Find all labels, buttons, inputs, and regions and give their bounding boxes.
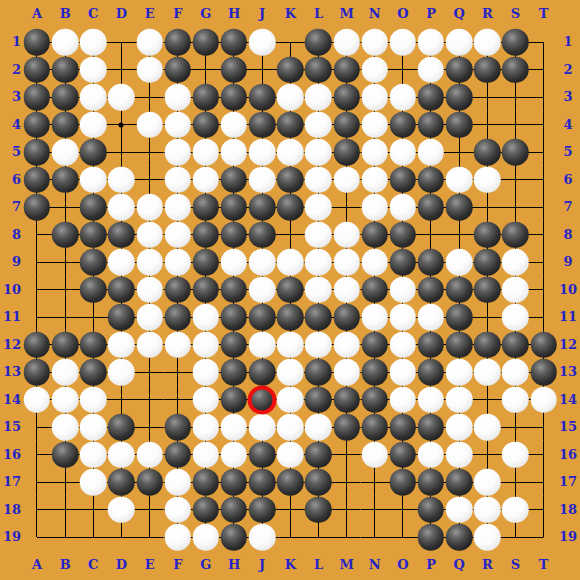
point-O16[interactable]: [389, 441, 417, 469]
point-L4[interactable]: [304, 111, 332, 139]
point-H18[interactable]: [220, 496, 248, 524]
point-S15[interactable]: [501, 413, 529, 441]
point-D13[interactable]: [107, 358, 135, 386]
point-M8[interactable]: [332, 221, 360, 249]
point-S2[interactable]: [501, 56, 529, 84]
point-P1[interactable]: [417, 28, 445, 56]
point-L6[interactable]: [304, 166, 332, 194]
point-Q5[interactable]: [445, 138, 473, 166]
point-J9[interactable]: [248, 248, 276, 276]
point-P8[interactable]: [417, 221, 445, 249]
point-G6[interactable]: [192, 166, 220, 194]
point-E7[interactable]: [135, 193, 163, 221]
point-A19[interactable]: [23, 523, 51, 551]
point-O14[interactable]: [389, 386, 417, 414]
point-F17[interactable]: [164, 468, 192, 496]
point-P13[interactable]: [417, 358, 445, 386]
point-T8[interactable]: [529, 221, 557, 249]
point-Q15[interactable]: [445, 413, 473, 441]
point-G17[interactable]: [192, 468, 220, 496]
point-A18[interactable]: [23, 496, 51, 524]
point-G11[interactable]: [192, 303, 220, 331]
point-N7[interactable]: [361, 193, 389, 221]
point-A2[interactable]: [23, 56, 51, 84]
point-D15[interactable]: [107, 413, 135, 441]
point-H6[interactable]: [220, 166, 248, 194]
point-E9[interactable]: [135, 248, 163, 276]
point-H13[interactable]: [220, 358, 248, 386]
point-G9[interactable]: [192, 248, 220, 276]
point-K6[interactable]: [276, 166, 304, 194]
point-H4[interactable]: [220, 111, 248, 139]
point-E10[interactable]: [135, 276, 163, 304]
point-E3[interactable]: [135, 83, 163, 111]
point-S5[interactable]: [501, 138, 529, 166]
point-T3[interactable]: [529, 83, 557, 111]
point-G12[interactable]: [192, 331, 220, 359]
point-Q7[interactable]: [445, 193, 473, 221]
point-B19[interactable]: [51, 523, 79, 551]
point-N10[interactable]: [361, 276, 389, 304]
point-M11[interactable]: [332, 303, 360, 331]
point-N2[interactable]: [361, 56, 389, 84]
point-E5[interactable]: [135, 138, 163, 166]
point-O13[interactable]: [389, 358, 417, 386]
point-O12[interactable]: [389, 331, 417, 359]
point-F1[interactable]: [164, 28, 192, 56]
point-H5[interactable]: [220, 138, 248, 166]
point-Q9[interactable]: [445, 248, 473, 276]
point-H16[interactable]: [220, 441, 248, 469]
point-M12[interactable]: [332, 331, 360, 359]
point-C6[interactable]: [79, 166, 107, 194]
point-T5[interactable]: [529, 138, 557, 166]
point-K11[interactable]: [276, 303, 304, 331]
point-K10[interactable]: [276, 276, 304, 304]
point-Q2[interactable]: [445, 56, 473, 84]
point-T18[interactable]: [529, 496, 557, 524]
point-Q8[interactable]: [445, 221, 473, 249]
point-R10[interactable]: [473, 276, 501, 304]
point-O9[interactable]: [389, 248, 417, 276]
point-A3[interactable]: [23, 83, 51, 111]
point-F7[interactable]: [164, 193, 192, 221]
point-C2[interactable]: [79, 56, 107, 84]
point-T14[interactable]: [529, 386, 557, 414]
point-J12[interactable]: [248, 331, 276, 359]
point-G2[interactable]: [192, 56, 220, 84]
point-T15[interactable]: [529, 413, 557, 441]
point-P7[interactable]: [417, 193, 445, 221]
point-H17[interactable]: [220, 468, 248, 496]
point-S19[interactable]: [501, 523, 529, 551]
point-T16[interactable]: [529, 441, 557, 469]
point-P6[interactable]: [417, 166, 445, 194]
point-N17[interactable]: [361, 468, 389, 496]
point-O7[interactable]: [389, 193, 417, 221]
point-L5[interactable]: [304, 138, 332, 166]
point-M13[interactable]: [332, 358, 360, 386]
point-P2[interactable]: [417, 56, 445, 84]
point-P14[interactable]: [417, 386, 445, 414]
point-D3[interactable]: [107, 83, 135, 111]
point-P12[interactable]: [417, 331, 445, 359]
point-E19[interactable]: [135, 523, 163, 551]
point-R4[interactable]: [473, 111, 501, 139]
point-M9[interactable]: [332, 248, 360, 276]
point-B7[interactable]: [51, 193, 79, 221]
point-B15[interactable]: [51, 413, 79, 441]
point-S6[interactable]: [501, 166, 529, 194]
point-B10[interactable]: [51, 276, 79, 304]
point-F14[interactable]: [164, 386, 192, 414]
point-R12[interactable]: [473, 331, 501, 359]
point-T19[interactable]: [529, 523, 557, 551]
point-T6[interactable]: [529, 166, 557, 194]
point-A15[interactable]: [23, 413, 51, 441]
point-E16[interactable]: [135, 441, 163, 469]
point-S1[interactable]: [501, 28, 529, 56]
point-E4[interactable]: [135, 111, 163, 139]
point-K12[interactable]: [276, 331, 304, 359]
point-A17[interactable]: [23, 468, 51, 496]
point-P3[interactable]: [417, 83, 445, 111]
point-D19[interactable]: [107, 523, 135, 551]
point-K4[interactable]: [276, 111, 304, 139]
point-L1[interactable]: [304, 28, 332, 56]
point-E15[interactable]: [135, 413, 163, 441]
point-B17[interactable]: [51, 468, 79, 496]
point-T17[interactable]: [529, 468, 557, 496]
point-L17[interactable]: [304, 468, 332, 496]
point-O4[interactable]: [389, 111, 417, 139]
point-M3[interactable]: [332, 83, 360, 111]
point-K17[interactable]: [276, 468, 304, 496]
point-B1[interactable]: [51, 28, 79, 56]
point-S13[interactable]: [501, 358, 529, 386]
point-C10[interactable]: [79, 276, 107, 304]
point-B4[interactable]: [51, 111, 79, 139]
point-F19[interactable]: [164, 523, 192, 551]
point-H3[interactable]: [220, 83, 248, 111]
point-Q13[interactable]: [445, 358, 473, 386]
point-M16[interactable]: [332, 441, 360, 469]
point-J10[interactable]: [248, 276, 276, 304]
point-J8[interactable]: [248, 221, 276, 249]
point-O15[interactable]: [389, 413, 417, 441]
point-R17[interactable]: [473, 468, 501, 496]
point-L3[interactable]: [304, 83, 332, 111]
point-D14[interactable]: [107, 386, 135, 414]
point-J13[interactable]: [248, 358, 276, 386]
point-L11[interactable]: [304, 303, 332, 331]
point-O3[interactable]: [389, 83, 417, 111]
point-T13[interactable]: [529, 358, 557, 386]
point-L19[interactable]: [304, 523, 332, 551]
point-O19[interactable]: [389, 523, 417, 551]
point-J11[interactable]: [248, 303, 276, 331]
point-F2[interactable]: [164, 56, 192, 84]
point-L14[interactable]: [304, 386, 332, 414]
point-S11[interactable]: [501, 303, 529, 331]
point-D6[interactable]: [107, 166, 135, 194]
point-Q12[interactable]: [445, 331, 473, 359]
point-J4[interactable]: [248, 111, 276, 139]
point-C5[interactable]: [79, 138, 107, 166]
point-M10[interactable]: [332, 276, 360, 304]
point-F6[interactable]: [164, 166, 192, 194]
point-Q4[interactable]: [445, 111, 473, 139]
point-L8[interactable]: [304, 221, 332, 249]
point-E14[interactable]: [135, 386, 163, 414]
point-D18[interactable]: [107, 496, 135, 524]
point-F16[interactable]: [164, 441, 192, 469]
point-G14[interactable]: [192, 386, 220, 414]
point-N5[interactable]: [361, 138, 389, 166]
point-C8[interactable]: [79, 221, 107, 249]
point-S9[interactable]: [501, 248, 529, 276]
point-C13[interactable]: [79, 358, 107, 386]
point-G18[interactable]: [192, 496, 220, 524]
point-P16[interactable]: [417, 441, 445, 469]
point-E18[interactable]: [135, 496, 163, 524]
point-A11[interactable]: [23, 303, 51, 331]
point-J3[interactable]: [248, 83, 276, 111]
point-R1[interactable]: [473, 28, 501, 56]
point-J2[interactable]: [248, 56, 276, 84]
point-N19[interactable]: [361, 523, 389, 551]
point-A1[interactable]: [23, 28, 51, 56]
point-E12[interactable]: [135, 331, 163, 359]
point-B6[interactable]: [51, 166, 79, 194]
point-D12[interactable]: [107, 331, 135, 359]
point-B14[interactable]: [51, 386, 79, 414]
point-M15[interactable]: [332, 413, 360, 441]
point-P4[interactable]: [417, 111, 445, 139]
point-C17[interactable]: [79, 468, 107, 496]
point-L10[interactable]: [304, 276, 332, 304]
point-N8[interactable]: [361, 221, 389, 249]
point-Q19[interactable]: [445, 523, 473, 551]
point-R3[interactable]: [473, 83, 501, 111]
point-F15[interactable]: [164, 413, 192, 441]
point-B8[interactable]: [51, 221, 79, 249]
point-R18[interactable]: [473, 496, 501, 524]
point-Q1[interactable]: [445, 28, 473, 56]
point-M19[interactable]: [332, 523, 360, 551]
point-Q17[interactable]: [445, 468, 473, 496]
point-K15[interactable]: [276, 413, 304, 441]
point-L2[interactable]: [304, 56, 332, 84]
point-D2[interactable]: [107, 56, 135, 84]
point-B5[interactable]: [51, 138, 79, 166]
point-M2[interactable]: [332, 56, 360, 84]
point-S8[interactable]: [501, 221, 529, 249]
point-R9[interactable]: [473, 248, 501, 276]
point-H12[interactable]: [220, 331, 248, 359]
point-G15[interactable]: [192, 413, 220, 441]
point-H9[interactable]: [220, 248, 248, 276]
point-F10[interactable]: [164, 276, 192, 304]
point-D7[interactable]: [107, 193, 135, 221]
point-J19[interactable]: [248, 523, 276, 551]
point-G16[interactable]: [192, 441, 220, 469]
point-O6[interactable]: [389, 166, 417, 194]
point-C14[interactable]: [79, 386, 107, 414]
point-S12[interactable]: [501, 331, 529, 359]
point-A13[interactable]: [23, 358, 51, 386]
point-L7[interactable]: [304, 193, 332, 221]
point-S16[interactable]: [501, 441, 529, 469]
point-N11[interactable]: [361, 303, 389, 331]
point-S14[interactable]: [501, 386, 529, 414]
point-Q16[interactable]: [445, 441, 473, 469]
point-C18[interactable]: [79, 496, 107, 524]
point-K14[interactable]: [276, 386, 304, 414]
point-B13[interactable]: [51, 358, 79, 386]
point-K18[interactable]: [276, 496, 304, 524]
point-O2[interactable]: [389, 56, 417, 84]
point-P11[interactable]: [417, 303, 445, 331]
point-S10[interactable]: [501, 276, 529, 304]
point-M14[interactable]: [332, 386, 360, 414]
point-A4[interactable]: [23, 111, 51, 139]
point-Q11[interactable]: [445, 303, 473, 331]
point-D8[interactable]: [107, 221, 135, 249]
point-C15[interactable]: [79, 413, 107, 441]
point-M1[interactable]: [332, 28, 360, 56]
point-K1[interactable]: [276, 28, 304, 56]
point-C1[interactable]: [79, 28, 107, 56]
point-K16[interactable]: [276, 441, 304, 469]
point-R5[interactable]: [473, 138, 501, 166]
point-N12[interactable]: [361, 331, 389, 359]
point-B3[interactable]: [51, 83, 79, 111]
point-F5[interactable]: [164, 138, 192, 166]
point-F13[interactable]: [164, 358, 192, 386]
point-J16[interactable]: [248, 441, 276, 469]
point-D17[interactable]: [107, 468, 135, 496]
point-E13[interactable]: [135, 358, 163, 386]
point-F11[interactable]: [164, 303, 192, 331]
point-P17[interactable]: [417, 468, 445, 496]
point-D5[interactable]: [107, 138, 135, 166]
point-G8[interactable]: [192, 221, 220, 249]
point-B9[interactable]: [51, 248, 79, 276]
point-F8[interactable]: [164, 221, 192, 249]
point-D9[interactable]: [107, 248, 135, 276]
point-N13[interactable]: [361, 358, 389, 386]
point-A9[interactable]: [23, 248, 51, 276]
point-T11[interactable]: [529, 303, 557, 331]
point-S3[interactable]: [501, 83, 529, 111]
point-K2[interactable]: [276, 56, 304, 84]
point-B12[interactable]: [51, 331, 79, 359]
point-R8[interactable]: [473, 221, 501, 249]
point-J6[interactable]: [248, 166, 276, 194]
point-E11[interactable]: [135, 303, 163, 331]
point-H7[interactable]: [220, 193, 248, 221]
point-N18[interactable]: [361, 496, 389, 524]
point-E6[interactable]: [135, 166, 163, 194]
point-R16[interactable]: [473, 441, 501, 469]
point-R6[interactable]: [473, 166, 501, 194]
point-R15[interactable]: [473, 413, 501, 441]
point-A5[interactable]: [23, 138, 51, 166]
point-F9[interactable]: [164, 248, 192, 276]
point-A6[interactable]: [23, 166, 51, 194]
point-L9[interactable]: [304, 248, 332, 276]
point-Q14[interactable]: [445, 386, 473, 414]
point-N3[interactable]: [361, 83, 389, 111]
point-Q6[interactable]: [445, 166, 473, 194]
point-N14[interactable]: [361, 386, 389, 414]
point-B16[interactable]: [51, 441, 79, 469]
point-D16[interactable]: [107, 441, 135, 469]
point-O1[interactable]: [389, 28, 417, 56]
point-G1[interactable]: [192, 28, 220, 56]
point-H15[interactable]: [220, 413, 248, 441]
point-M5[interactable]: [332, 138, 360, 166]
point-Q10[interactable]: [445, 276, 473, 304]
point-P9[interactable]: [417, 248, 445, 276]
point-P18[interactable]: [417, 496, 445, 524]
point-R2[interactable]: [473, 56, 501, 84]
point-O17[interactable]: [389, 468, 417, 496]
point-E2[interactable]: [135, 56, 163, 84]
point-O10[interactable]: [389, 276, 417, 304]
point-J17[interactable]: [248, 468, 276, 496]
point-B18[interactable]: [51, 496, 79, 524]
point-K19[interactable]: [276, 523, 304, 551]
point-M6[interactable]: [332, 166, 360, 194]
point-J1[interactable]: [248, 28, 276, 56]
point-T7[interactable]: [529, 193, 557, 221]
point-C3[interactable]: [79, 83, 107, 111]
point-G7[interactable]: [192, 193, 220, 221]
point-A10[interactable]: [23, 276, 51, 304]
point-S18[interactable]: [501, 496, 529, 524]
point-T12[interactable]: [529, 331, 557, 359]
point-O11[interactable]: [389, 303, 417, 331]
point-D4[interactable]: [107, 111, 135, 139]
point-K13[interactable]: [276, 358, 304, 386]
point-R7[interactable]: [473, 193, 501, 221]
point-S4[interactable]: [501, 111, 529, 139]
point-J5[interactable]: [248, 138, 276, 166]
point-F12[interactable]: [164, 331, 192, 359]
point-A14[interactable]: [23, 386, 51, 414]
point-R19[interactable]: [473, 523, 501, 551]
point-G5[interactable]: [192, 138, 220, 166]
point-H1[interactable]: [220, 28, 248, 56]
point-K7[interactable]: [276, 193, 304, 221]
point-P15[interactable]: [417, 413, 445, 441]
point-G10[interactable]: [192, 276, 220, 304]
point-Q18[interactable]: [445, 496, 473, 524]
point-G4[interactable]: [192, 111, 220, 139]
point-T1[interactable]: [529, 28, 557, 56]
point-N4[interactable]: [361, 111, 389, 139]
point-T9[interactable]: [529, 248, 557, 276]
point-N16[interactable]: [361, 441, 389, 469]
point-H19[interactable]: [220, 523, 248, 551]
point-B2[interactable]: [51, 56, 79, 84]
point-M17[interactable]: [332, 468, 360, 496]
point-O5[interactable]: [389, 138, 417, 166]
point-J14[interactable]: [248, 386, 276, 414]
point-T2[interactable]: [529, 56, 557, 84]
